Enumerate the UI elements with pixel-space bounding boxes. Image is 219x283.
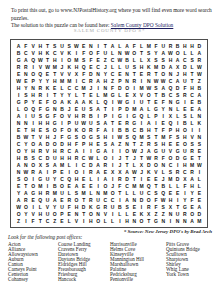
grid-cell: A: [145, 147, 152, 154]
grid-cell: S: [145, 133, 152, 140]
grid-cell: A: [22, 189, 29, 196]
grid-cell: E: [58, 217, 65, 224]
grid-cell: S: [167, 168, 174, 175]
grid-cell: N: [167, 106, 174, 113]
grid-cell: F: [58, 133, 65, 140]
grid-cell: L: [167, 182, 174, 189]
grid-cell: A: [37, 168, 44, 175]
grid-cell: O: [15, 147, 22, 154]
grid-cell: E: [80, 182, 87, 189]
grid-cell: Z: [152, 210, 159, 217]
grid-cell: M: [167, 175, 174, 182]
grid-cell: P: [102, 113, 109, 120]
grid-cell: S: [174, 133, 181, 140]
grid-cell: E: [22, 78, 29, 85]
grid-cell: E: [102, 168, 109, 175]
grid-cell: W: [73, 43, 80, 50]
grid-cell: V: [102, 210, 109, 217]
grid-cell: F: [73, 140, 80, 147]
grid-cell: C: [102, 196, 109, 203]
grid-cell: U: [138, 189, 145, 196]
grid-cell: W: [196, 71, 203, 78]
grid-cell: P: [116, 78, 123, 85]
grid-cell: X: [138, 161, 145, 168]
grid-cell: G: [109, 92, 116, 99]
grid-cell: H: [102, 78, 109, 85]
grid-cell: B: [160, 182, 167, 189]
grid-cell: O: [87, 50, 94, 57]
grid-cell: W: [15, 203, 22, 210]
grid-cell: A: [189, 175, 196, 182]
grid-cell: R: [145, 71, 152, 78]
grid-cell: N: [123, 71, 130, 78]
grid-cell: B: [181, 120, 188, 127]
grid-cell: W: [80, 120, 87, 127]
grid-cell: U: [181, 147, 188, 154]
grid-cell: R: [29, 168, 36, 175]
grid-cell: R: [145, 203, 152, 210]
grid-cell: R: [87, 168, 94, 175]
grid-cell: W: [87, 154, 94, 161]
grid-cell: F: [37, 106, 44, 113]
grid-cell: I: [116, 147, 123, 154]
grid-cell: J: [58, 64, 65, 71]
grid-cell: F: [160, 99, 167, 106]
grid-cell: R: [37, 92, 44, 99]
grid-cell: O: [95, 217, 102, 224]
puzzle-title: SALEM COUNTY DPO'S*: [0, 28, 219, 33]
grid-cell: H: [37, 50, 44, 57]
grid-cell: A: [51, 161, 58, 168]
grid-cell: A: [15, 113, 22, 120]
grid-cell: L: [109, 217, 116, 224]
grid-cell: N: [73, 210, 80, 217]
grid-cell: O: [167, 154, 174, 161]
grid-cell: N: [145, 78, 152, 85]
grid-cell: T: [138, 154, 145, 161]
grid-cell: G: [116, 113, 123, 120]
grid-cell: W: [116, 99, 123, 106]
grid-cell: P: [80, 140, 87, 147]
grid-cell: M: [51, 64, 58, 71]
grid-cell: C: [189, 92, 196, 99]
grid-cell: O: [51, 140, 58, 147]
grid-cell: E: [181, 106, 188, 113]
grid-cell: K: [145, 168, 152, 175]
grid-cell: L: [145, 113, 152, 120]
grid-cell: O: [51, 210, 58, 217]
grid-cell: H: [15, 85, 22, 92]
grid-cell: F: [29, 217, 36, 224]
grid-cell: C: [58, 175, 65, 182]
grid-cell: D: [44, 140, 51, 147]
grid-cell: N: [167, 210, 174, 217]
grid-cell: N: [167, 99, 174, 106]
grid-cell: K: [66, 50, 73, 57]
grid-cell: O: [131, 50, 138, 57]
grid-cell: D: [58, 140, 65, 147]
grid-cell: E: [196, 196, 203, 203]
grid-cell: B: [87, 113, 94, 120]
grid-cell: W: [22, 133, 29, 140]
grid-cell: A: [123, 43, 130, 50]
grid-cell: C: [167, 78, 174, 85]
grid-cell: H: [73, 203, 80, 210]
grid-cell: E: [95, 140, 102, 147]
grid-cell: L: [131, 161, 138, 168]
grid-cell: V: [37, 64, 44, 71]
grid-cell: H: [44, 120, 51, 127]
grid-cell: K: [66, 64, 73, 71]
grid-cell: B: [51, 182, 58, 189]
grid-cell: N: [87, 43, 94, 50]
grid-cell: U: [73, 120, 80, 127]
grid-cell: H: [29, 92, 36, 99]
grid-cell: I: [189, 127, 196, 134]
grid-cell: U: [95, 196, 102, 203]
grid-cell: N: [160, 217, 167, 224]
grid-cell: S: [131, 64, 138, 71]
grid-cell: A: [109, 140, 116, 147]
grid-cell: K: [87, 99, 94, 106]
grid-cell: A: [58, 99, 65, 106]
grid-cell: E: [58, 168, 65, 175]
grid-cell: Y: [22, 147, 29, 154]
grid-cell: D: [174, 154, 181, 161]
grid-cell: I: [95, 113, 102, 120]
grid-cell: B: [15, 133, 22, 140]
grid-cell: Z: [109, 78, 116, 85]
grid-cell: P: [167, 127, 174, 134]
grid-cell: S: [152, 140, 159, 147]
grid-cell: Y: [102, 71, 109, 78]
grid-cell: K: [44, 85, 51, 92]
grid-cell: R: [123, 120, 130, 127]
grid-cell: G: [181, 203, 188, 210]
grid-cell: W: [116, 57, 123, 64]
grid-cell: N: [22, 120, 29, 127]
grid-cell: N: [22, 71, 29, 78]
grid-cell: H: [51, 78, 58, 85]
grid-cell: U: [44, 210, 51, 217]
grid-cell: Q: [80, 64, 87, 71]
grid-cell: U: [58, 189, 65, 196]
grid-cell: N: [95, 189, 102, 196]
grid-cell: Y: [58, 92, 65, 99]
grid-cell: R: [181, 210, 188, 217]
grid-cell: B: [123, 127, 130, 134]
grid-cell: O: [51, 99, 58, 106]
grid-cell: O: [66, 57, 73, 64]
grid-cell: F: [116, 182, 123, 189]
grid-cell: O: [22, 203, 29, 210]
grid-cell: I: [80, 168, 87, 175]
grid-cell: E: [80, 43, 87, 50]
grid-cell: D: [87, 71, 94, 78]
grid-cell: L: [66, 189, 73, 196]
grid-cell: T: [152, 182, 159, 189]
grid-cell: C: [167, 161, 174, 168]
grid-cell: W: [116, 133, 123, 140]
grid-cell: O: [102, 154, 109, 161]
grid-cell: E: [152, 175, 159, 182]
grid-cell: I: [95, 43, 102, 50]
grid-cell: W: [196, 64, 203, 71]
grid-cell: E: [152, 99, 159, 106]
grid-cell: H: [37, 120, 44, 127]
grid-cell: V: [58, 71, 65, 78]
grid-cell: F: [51, 113, 58, 120]
grid-cell: H: [181, 133, 188, 140]
grid-cell: E: [51, 85, 58, 92]
grid-cell: I: [109, 133, 116, 140]
grid-cell: L: [123, 189, 130, 196]
grid-cell: Y: [181, 196, 188, 203]
grid-cell: L: [87, 175, 94, 182]
grid-cell: C: [44, 217, 51, 224]
grid-cell: K: [138, 210, 145, 217]
grid-cell: I: [58, 57, 65, 64]
grid-cell: I: [138, 120, 145, 127]
grid-cell: X: [145, 210, 152, 217]
grid-cell: F: [80, 71, 87, 78]
grid-cell: N: [95, 210, 102, 217]
grid-cell: A: [145, 120, 152, 127]
grid-cell: G: [44, 113, 51, 120]
grid-cell: K: [87, 203, 94, 210]
grid-cell: I: [29, 203, 36, 210]
grid-cell: T: [51, 71, 58, 78]
grid-cell: A: [102, 127, 109, 134]
grid-cell: X: [109, 168, 116, 175]
grid-cell: T: [102, 43, 109, 50]
grid-cell: A: [196, 203, 203, 210]
grid-cell: M: [160, 133, 167, 140]
grid-cell: C: [37, 154, 44, 161]
grid-cell: E: [66, 182, 73, 189]
grid-cell: O: [73, 196, 80, 203]
grid-cell: T: [189, 71, 196, 78]
grid-cell: W: [44, 64, 51, 71]
grid-cell: W: [131, 168, 138, 175]
grid-cell: I: [29, 64, 36, 71]
grid-cell: O: [58, 182, 65, 189]
grid-cell: R: [66, 196, 73, 203]
grid-cell: F: [152, 196, 159, 203]
grid-cell: C: [109, 71, 116, 78]
grid-cell: Z: [160, 210, 167, 217]
grid-cell: H: [37, 189, 44, 196]
grid-cell: I: [29, 175, 36, 182]
grid-cell: I: [73, 78, 80, 85]
grid-cell: I: [87, 147, 94, 154]
grid-cell: H: [160, 140, 167, 147]
grid-cell: T: [37, 217, 44, 224]
grid-cell: R: [174, 168, 181, 175]
grid-cell: O: [29, 71, 36, 78]
grid-cell: N: [29, 85, 36, 92]
grid-cell: O: [123, 85, 130, 92]
grid-cell: P: [51, 168, 58, 175]
grid-cell: I: [109, 161, 116, 168]
grid-cell: F: [160, 154, 167, 161]
grid-cell: L: [189, 50, 196, 57]
grid-cell: H: [138, 64, 145, 71]
grid-cell: O: [123, 147, 130, 154]
grid-cell: K: [73, 127, 80, 134]
grid-cell: U: [44, 175, 51, 182]
grid-cell: D: [80, 203, 87, 210]
grid-cell: B: [196, 85, 203, 92]
grid-cell: O: [80, 133, 87, 140]
grid-cell: N: [51, 106, 58, 113]
grid-cell: V: [152, 168, 159, 175]
grid-cell: T: [22, 182, 29, 189]
grid-cell: S: [196, 140, 203, 147]
grid-cell: W: [123, 50, 130, 57]
grid-cell: R: [167, 43, 174, 50]
grid-cell: Y: [44, 78, 51, 85]
grid-cell: V: [29, 43, 36, 50]
grid-cell: G: [15, 57, 22, 64]
grid-cell: L: [123, 210, 130, 217]
grid-cell: G: [131, 120, 138, 127]
grid-cell: A: [189, 217, 196, 224]
grid-cell: J: [109, 182, 116, 189]
grid-cell: V: [58, 50, 65, 57]
grid-cell: V: [44, 147, 51, 154]
grid-cell: S: [87, 106, 94, 113]
grid-cell: L: [102, 217, 109, 224]
grid-cell: S: [29, 154, 36, 161]
grid-cell: S: [174, 92, 181, 99]
grid-cell: U: [51, 154, 58, 161]
grid-cell: U: [80, 106, 87, 113]
grid-cell: I: [138, 175, 145, 182]
grid-cell: G: [123, 99, 130, 106]
grid-cell: E: [87, 92, 94, 99]
grid-cell: R: [152, 154, 159, 161]
grid-cell: M: [152, 64, 159, 71]
grid-cell: L: [131, 189, 138, 196]
grid-cell: G: [95, 147, 102, 154]
grid-cell: W: [160, 196, 167, 203]
grid-cell: H: [51, 147, 58, 154]
grid-cell: F: [152, 43, 159, 50]
grid-cell: M: [102, 92, 109, 99]
grid-cell: Y: [15, 189, 22, 196]
grid-cell: E: [87, 64, 94, 71]
grid-cell: V: [66, 71, 73, 78]
word-list-item: York Town: [166, 272, 216, 277]
grid-cell: R: [181, 92, 188, 99]
grid-cell: U: [138, 99, 145, 106]
grid-cell: P: [29, 78, 36, 85]
grid-cell: M: [73, 57, 80, 64]
grid-cell: A: [15, 43, 22, 50]
grid-cell: H: [73, 113, 80, 120]
grid-cell: Y: [22, 140, 29, 147]
grid-cell: A: [138, 106, 145, 113]
grid-cell: O: [145, 92, 152, 99]
grid-cell: W: [15, 78, 22, 85]
grid-cell: A: [15, 161, 22, 168]
grid-cell: A: [102, 120, 109, 127]
grid-cell: H: [102, 133, 109, 140]
grid-cell: O: [29, 182, 36, 189]
grid-cell: P: [58, 210, 65, 217]
grid-cell: F: [95, 127, 102, 134]
grid-cell: F: [58, 127, 65, 134]
grid-cell: E: [189, 99, 196, 106]
source-note: * Source: New Jersey DPO's by Brad Arch: [124, 229, 212, 234]
grid-cell: H: [66, 140, 73, 147]
word-search-grid: AFVHTSUSWENITALAFLMFURBHHDBCVHKCVKIFOFUL…: [15, 43, 203, 224]
grid-cell: D: [123, 106, 130, 113]
grid-cell: H: [87, 217, 94, 224]
grid-cell: P: [22, 99, 29, 106]
grid-cell: G: [51, 120, 58, 127]
grid-cell: T: [152, 127, 159, 134]
grid-cell: Y: [37, 78, 44, 85]
grid-cell: C: [51, 50, 58, 57]
grid-cell: A: [102, 175, 109, 182]
grid-cell: I: [22, 113, 29, 120]
grid-cell: T: [152, 71, 159, 78]
grid-cell: L: [116, 64, 123, 71]
grid-cell: Q: [131, 133, 138, 140]
grid-cell: I: [44, 168, 51, 175]
grid-cell: A: [95, 161, 102, 168]
grid-cell: T: [51, 92, 58, 99]
grid-cell: Q: [66, 175, 73, 182]
grid-cell: F: [66, 203, 73, 210]
grid-cell: W: [145, 154, 152, 161]
grid-cell: N: [160, 161, 167, 168]
grid-cell: C: [181, 57, 188, 64]
grid-cell: E: [123, 92, 130, 99]
grid-cell: L: [58, 85, 65, 92]
grid-cell: L: [181, 50, 188, 57]
grid-cell: I: [181, 189, 188, 196]
grid-cell: A: [73, 99, 80, 106]
grid-cell: G: [152, 106, 159, 113]
grid-cell: B: [196, 99, 203, 106]
grid-cell: N: [116, 50, 123, 57]
grid-cell: I: [73, 50, 80, 57]
grid-cell: D: [196, 43, 203, 50]
grid-cell: O: [29, 161, 36, 168]
grid-cell: C: [80, 154, 87, 161]
grid-cell: E: [145, 175, 152, 182]
grid-cell: R: [15, 64, 22, 71]
grid-cell: C: [66, 147, 73, 154]
grid-cell: I: [167, 217, 174, 224]
grid-cell: I: [95, 182, 102, 189]
grid-cell: Y: [29, 99, 36, 106]
grid-cell: M: [131, 106, 138, 113]
grid-cell: O: [58, 113, 65, 120]
word-list-item: Pentonville: [110, 277, 166, 282]
grid-cell: G: [87, 133, 94, 140]
grid-cell: S: [44, 127, 51, 134]
grid-cell: X: [181, 175, 188, 182]
grid-cell: E: [196, 147, 203, 154]
grid-cell: Y: [22, 210, 29, 217]
grid-cell: H: [73, 64, 80, 71]
grid-cell: D: [174, 85, 181, 92]
grid-cell: F: [189, 196, 196, 203]
